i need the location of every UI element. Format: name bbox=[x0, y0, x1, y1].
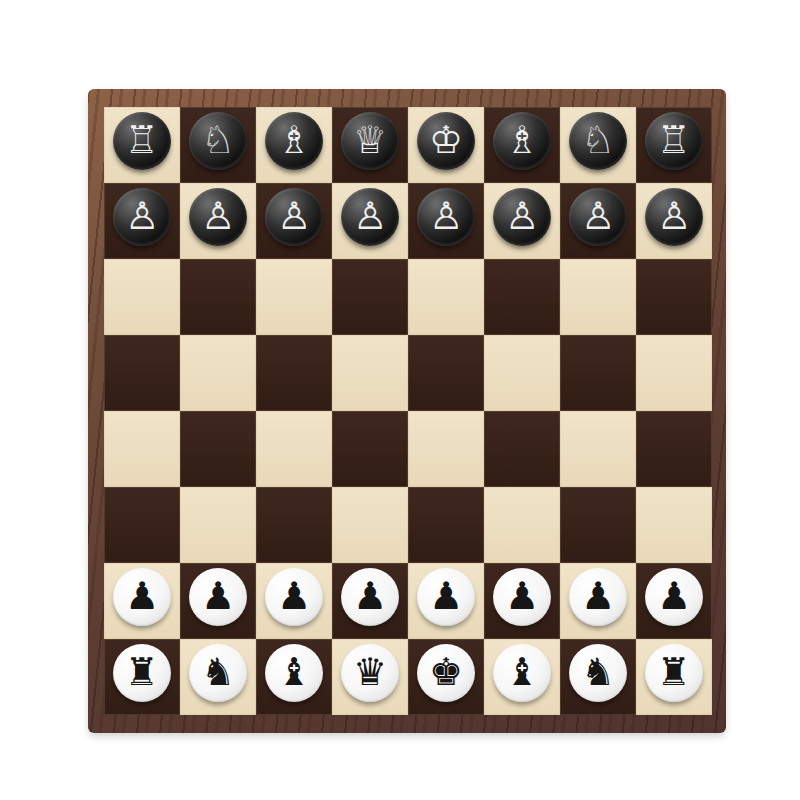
black-pawn-piece[interactable]: ♙ bbox=[189, 188, 247, 246]
square-b4[interactable] bbox=[180, 411, 256, 487]
piece-glyph: ♛ bbox=[353, 653, 387, 691]
square-c8[interactable]: ♗ bbox=[256, 107, 332, 183]
square-d4[interactable] bbox=[332, 411, 408, 487]
black-pawn-piece[interactable]: ♙ bbox=[417, 188, 475, 246]
piece-glyph: ♘ bbox=[581, 121, 615, 159]
square-b1[interactable]: ♞ bbox=[180, 639, 256, 715]
black-pawn-piece[interactable]: ♙ bbox=[493, 188, 551, 246]
piece-glyph: ♟ bbox=[657, 577, 691, 615]
piece-glyph: ♟ bbox=[277, 577, 311, 615]
piece-glyph: ♘ bbox=[201, 121, 235, 159]
square-g8[interactable]: ♘ bbox=[560, 107, 636, 183]
square-b5[interactable] bbox=[180, 335, 256, 411]
white-queen-piece[interactable]: ♛ bbox=[341, 644, 399, 702]
square-g6[interactable] bbox=[560, 259, 636, 335]
white-pawn-piece[interactable]: ♟ bbox=[341, 568, 399, 626]
square-b6[interactable] bbox=[180, 259, 256, 335]
white-bishop-piece[interactable]: ♝ bbox=[265, 644, 323, 702]
chess-board-grid: ♖♘♗♕♔♗♘♖♙♙♙♙♙♙♙♙♟♟♟♟♟♟♟♟♜♞♝♛♚♝♞♜ bbox=[104, 107, 712, 715]
black-rook-piece[interactable]: ♖ bbox=[645, 112, 703, 170]
square-c1[interactable]: ♝ bbox=[256, 639, 332, 715]
black-pawn-piece[interactable]: ♙ bbox=[265, 188, 323, 246]
square-f4[interactable] bbox=[484, 411, 560, 487]
black-knight-piece[interactable]: ♘ bbox=[189, 112, 247, 170]
piece-glyph: ♚ bbox=[429, 653, 463, 691]
piece-glyph: ♙ bbox=[125, 197, 159, 235]
white-king-piece[interactable]: ♚ bbox=[417, 644, 475, 702]
square-h2[interactable]: ♟ bbox=[636, 563, 712, 639]
white-rook-piece[interactable]: ♜ bbox=[113, 644, 171, 702]
square-d3[interactable] bbox=[332, 487, 408, 563]
square-c3[interactable] bbox=[256, 487, 332, 563]
square-c2[interactable]: ♟ bbox=[256, 563, 332, 639]
piece-glyph: ♟ bbox=[429, 577, 463, 615]
piece-glyph: ♕ bbox=[353, 121, 387, 159]
piece-glyph: ♝ bbox=[277, 653, 311, 691]
square-h8[interactable]: ♖ bbox=[636, 107, 712, 183]
square-h4[interactable] bbox=[636, 411, 712, 487]
black-rook-piece[interactable]: ♖ bbox=[113, 112, 171, 170]
white-pawn-piece[interactable]: ♟ bbox=[265, 568, 323, 626]
black-pawn-piece[interactable]: ♙ bbox=[113, 188, 171, 246]
piece-glyph: ♖ bbox=[125, 121, 159, 159]
white-knight-piece[interactable]: ♞ bbox=[189, 644, 247, 702]
black-bishop-piece[interactable]: ♗ bbox=[493, 112, 551, 170]
white-pawn-piece[interactable]: ♟ bbox=[113, 568, 171, 626]
square-c5[interactable] bbox=[256, 335, 332, 411]
black-queen-piece[interactable]: ♕ bbox=[341, 112, 399, 170]
square-e5[interactable] bbox=[408, 335, 484, 411]
white-pawn-piece[interactable]: ♟ bbox=[493, 568, 551, 626]
white-pawn-piece[interactable]: ♟ bbox=[189, 568, 247, 626]
square-a6[interactable] bbox=[104, 259, 180, 335]
piece-glyph: ♞ bbox=[201, 653, 235, 691]
piece-glyph: ♟ bbox=[353, 577, 387, 615]
square-g3[interactable] bbox=[560, 487, 636, 563]
square-e7[interactable]: ♙ bbox=[408, 183, 484, 259]
square-f3[interactable] bbox=[484, 487, 560, 563]
square-a4[interactable] bbox=[104, 411, 180, 487]
piece-glyph: ♗ bbox=[277, 121, 311, 159]
square-d7[interactable]: ♙ bbox=[332, 183, 408, 259]
square-h5[interactable] bbox=[636, 335, 712, 411]
square-h7[interactable]: ♙ bbox=[636, 183, 712, 259]
square-e1[interactable]: ♚ bbox=[408, 639, 484, 715]
piece-glyph: ♗ bbox=[505, 121, 539, 159]
square-e4[interactable] bbox=[408, 411, 484, 487]
square-g1[interactable]: ♞ bbox=[560, 639, 636, 715]
piece-glyph: ♟ bbox=[505, 577, 539, 615]
black-pawn-piece[interactable]: ♙ bbox=[645, 188, 703, 246]
piece-glyph: ♜ bbox=[125, 653, 159, 691]
piece-glyph: ♟ bbox=[581, 577, 615, 615]
white-rook-piece[interactable]: ♜ bbox=[645, 644, 703, 702]
square-b2[interactable]: ♟ bbox=[180, 563, 256, 639]
square-f2[interactable]: ♟ bbox=[484, 563, 560, 639]
square-b3[interactable] bbox=[180, 487, 256, 563]
square-d1[interactable]: ♛ bbox=[332, 639, 408, 715]
black-king-piece[interactable]: ♔ bbox=[417, 112, 475, 170]
square-f6[interactable] bbox=[484, 259, 560, 335]
piece-glyph: ♙ bbox=[201, 197, 235, 235]
square-d8[interactable]: ♕ bbox=[332, 107, 408, 183]
black-pawn-piece[interactable]: ♙ bbox=[341, 188, 399, 246]
square-c6[interactable] bbox=[256, 259, 332, 335]
square-g7[interactable]: ♙ bbox=[560, 183, 636, 259]
square-a7[interactable]: ♙ bbox=[104, 183, 180, 259]
piece-glyph: ♔ bbox=[429, 121, 463, 159]
square-e8[interactable]: ♔ bbox=[408, 107, 484, 183]
square-f8[interactable]: ♗ bbox=[484, 107, 560, 183]
piece-glyph: ♟ bbox=[201, 577, 235, 615]
piece-glyph: ♟ bbox=[125, 577, 159, 615]
piece-glyph: ♜ bbox=[657, 653, 691, 691]
piece-glyph: ♙ bbox=[353, 197, 387, 235]
black-bishop-piece[interactable]: ♗ bbox=[265, 112, 323, 170]
piece-glyph: ♝ bbox=[505, 653, 539, 691]
white-pawn-piece[interactable]: ♟ bbox=[417, 568, 475, 626]
square-d5[interactable] bbox=[332, 335, 408, 411]
white-bishop-piece[interactable]: ♝ bbox=[493, 644, 551, 702]
piece-glyph: ♙ bbox=[505, 197, 539, 235]
square-e6[interactable] bbox=[408, 259, 484, 335]
square-a8[interactable]: ♖ bbox=[104, 107, 180, 183]
square-c4[interactable] bbox=[256, 411, 332, 487]
square-a5[interactable] bbox=[104, 335, 180, 411]
square-a1[interactable]: ♜ bbox=[104, 639, 180, 715]
square-h3[interactable] bbox=[636, 487, 712, 563]
square-h1[interactable]: ♜ bbox=[636, 639, 712, 715]
square-g4[interactable] bbox=[560, 411, 636, 487]
square-a3[interactable] bbox=[104, 487, 180, 563]
square-g5[interactable] bbox=[560, 335, 636, 411]
square-f5[interactable] bbox=[484, 335, 560, 411]
square-f1[interactable]: ♝ bbox=[484, 639, 560, 715]
square-c7[interactable]: ♙ bbox=[256, 183, 332, 259]
piece-glyph: ♙ bbox=[657, 197, 691, 235]
square-h6[interactable] bbox=[636, 259, 712, 335]
square-e3[interactable] bbox=[408, 487, 484, 563]
white-pawn-piece[interactable]: ♟ bbox=[645, 568, 703, 626]
piece-glyph: ♙ bbox=[277, 197, 311, 235]
square-d2[interactable]: ♟ bbox=[332, 563, 408, 639]
square-e2[interactable]: ♟ bbox=[408, 563, 484, 639]
white-pawn-piece[interactable]: ♟ bbox=[569, 568, 627, 626]
white-knight-piece[interactable]: ♞ bbox=[569, 644, 627, 702]
square-b8[interactable]: ♘ bbox=[180, 107, 256, 183]
black-knight-piece[interactable]: ♘ bbox=[569, 112, 627, 170]
piece-glyph: ♙ bbox=[581, 197, 615, 235]
piece-glyph: ♙ bbox=[429, 197, 463, 235]
black-pawn-piece[interactable]: ♙ bbox=[569, 188, 627, 246]
square-d6[interactable] bbox=[332, 259, 408, 335]
chess-board-frame: ♖♘♗♕♔♗♘♖♙♙♙♙♙♙♙♙♟♟♟♟♟♟♟♟♜♞♝♛♚♝♞♜ bbox=[88, 89, 726, 733]
piece-glyph: ♖ bbox=[657, 121, 691, 159]
square-b7[interactable]: ♙ bbox=[180, 183, 256, 259]
piece-glyph: ♞ bbox=[581, 653, 615, 691]
square-a2[interactable]: ♟ bbox=[104, 563, 180, 639]
square-g2[interactable]: ♟ bbox=[560, 563, 636, 639]
square-f7[interactable]: ♙ bbox=[484, 183, 560, 259]
